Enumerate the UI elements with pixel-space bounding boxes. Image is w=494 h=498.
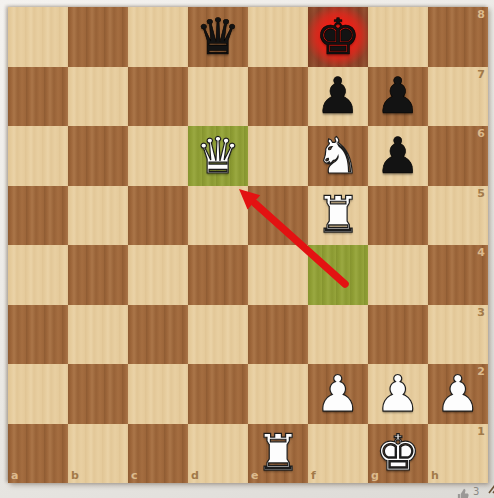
piece-white-rook[interactable]: ♜	[308, 186, 368, 246]
piece-black-pawn[interactable]: ♟	[368, 67, 428, 127]
square-b8[interactable]	[68, 7, 128, 67]
square-a7[interactable]	[8, 67, 68, 127]
piece-black-queen[interactable]: ♛	[188, 7, 248, 67]
square-h2[interactable]: 2♟	[428, 364, 488, 424]
square-f5[interactable]: ♜	[308, 186, 368, 246]
square-g4[interactable]	[368, 245, 428, 305]
square-d7[interactable]	[188, 67, 248, 127]
piece-white-pawn[interactable]: ♟	[308, 364, 368, 424]
thumbs-up-icon[interactable]	[456, 486, 471, 498]
square-h8[interactable]: 8	[428, 7, 488, 67]
square-f1[interactable]: f	[308, 424, 368, 484]
rank-label-5: 5	[477, 188, 485, 199]
rank-label-3: 3	[477, 307, 485, 318]
file-label-c: c	[131, 470, 138, 481]
square-e5[interactable]	[248, 186, 308, 246]
square-c3[interactable]	[128, 305, 188, 365]
square-a1[interactable]: a	[8, 424, 68, 484]
square-h5[interactable]: 5	[428, 186, 488, 246]
square-c7[interactable]	[128, 67, 188, 127]
square-h7[interactable]: 7	[428, 67, 488, 127]
square-g5[interactable]	[368, 186, 428, 246]
square-a5[interactable]	[8, 186, 68, 246]
square-b3[interactable]	[68, 305, 128, 365]
square-f2[interactable]: ♟	[308, 364, 368, 424]
square-h1[interactable]: h1	[428, 424, 488, 484]
rank-label-8: 8	[477, 9, 485, 20]
square-d5[interactable]	[188, 186, 248, 246]
square-f4[interactable]	[308, 245, 368, 305]
square-g3[interactable]	[368, 305, 428, 365]
square-b1[interactable]: b	[68, 424, 128, 484]
square-h3[interactable]: 3	[428, 305, 488, 365]
square-f7[interactable]: ♟	[308, 67, 368, 127]
piece-black-pawn[interactable]: ♟	[368, 126, 428, 186]
rank-label-7: 7	[477, 69, 485, 80]
square-f6[interactable]: ♞	[308, 126, 368, 186]
piece-black-king[interactable]: ♚	[308, 7, 368, 67]
square-e6[interactable]	[248, 126, 308, 186]
chessboard[interactable]: ♛♚8♟♟7♛♞♟6♜543♟♟2♟abcde♜fg♚h1	[8, 7, 488, 483]
footer-count: 3	[473, 486, 479, 497]
square-f3[interactable]	[308, 305, 368, 365]
file-label-d: d	[191, 470, 199, 481]
square-g8[interactable]	[368, 7, 428, 67]
resize-handle-icon[interactable]	[486, 479, 494, 498]
piece-white-king[interactable]: ♚	[368, 424, 428, 484]
square-c5[interactable]	[128, 186, 188, 246]
square-b5[interactable]	[68, 186, 128, 246]
square-c6[interactable]	[128, 126, 188, 186]
piece-white-pawn[interactable]: ♟	[428, 364, 488, 424]
file-label-b: b	[71, 470, 79, 481]
square-e3[interactable]	[248, 305, 308, 365]
file-label-f: f	[311, 470, 316, 481]
square-e4[interactable]	[248, 245, 308, 305]
square-a3[interactable]	[8, 305, 68, 365]
square-e7[interactable]	[248, 67, 308, 127]
piece-black-pawn[interactable]: ♟	[308, 67, 368, 127]
square-g6[interactable]: ♟	[368, 126, 428, 186]
square-h4[interactable]: 4	[428, 245, 488, 305]
square-e8[interactable]	[248, 7, 308, 67]
square-d1[interactable]: d	[188, 424, 248, 484]
piece-white-knight[interactable]: ♞	[308, 126, 368, 186]
piece-white-pawn[interactable]: ♟	[368, 364, 428, 424]
square-b6[interactable]	[68, 126, 128, 186]
square-a8[interactable]	[8, 7, 68, 67]
file-label-h: h	[431, 470, 439, 481]
square-b2[interactable]	[68, 364, 128, 424]
square-b7[interactable]	[68, 67, 128, 127]
rank-label-6: 6	[477, 128, 485, 139]
square-g1[interactable]: g♚	[368, 424, 428, 484]
square-f8[interactable]: ♚	[308, 7, 368, 67]
square-c4[interactable]	[128, 245, 188, 305]
file-label-a: a	[11, 470, 18, 481]
rank-label-4: 4	[477, 247, 485, 258]
square-c1[interactable]: c	[128, 424, 188, 484]
piece-white-rook[interactable]: ♜	[248, 424, 308, 484]
square-g7[interactable]: ♟	[368, 67, 428, 127]
square-h6[interactable]: 6	[428, 126, 488, 186]
square-e1[interactable]: e♜	[248, 424, 308, 484]
square-c2[interactable]	[128, 364, 188, 424]
rank-label-1: 1	[477, 426, 485, 437]
square-a6[interactable]	[8, 126, 68, 186]
square-a4[interactable]	[8, 245, 68, 305]
square-d4[interactable]	[188, 245, 248, 305]
square-d6[interactable]: ♛	[188, 126, 248, 186]
square-g2[interactable]: ♟	[368, 364, 428, 424]
square-b4[interactable]	[68, 245, 128, 305]
square-e2[interactable]	[248, 364, 308, 424]
square-a2[interactable]	[8, 364, 68, 424]
square-d8[interactable]: ♛	[188, 7, 248, 67]
square-d2[interactable]	[188, 364, 248, 424]
square-d3[interactable]	[188, 305, 248, 365]
footer-badge[interactable]: 3	[456, 486, 479, 498]
piece-white-queen[interactable]: ♛	[188, 126, 248, 186]
square-c8[interactable]	[128, 7, 188, 67]
